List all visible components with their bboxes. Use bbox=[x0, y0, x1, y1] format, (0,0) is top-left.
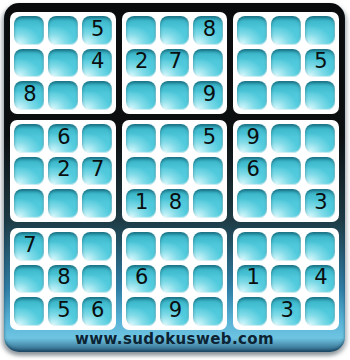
cell-r9c2[interactable]: 5 bbox=[48, 297, 78, 326]
cell-r5c3[interactable]: 7 bbox=[82, 157, 112, 186]
box-6: 963 bbox=[233, 120, 339, 222]
page-background: 54882795627518963785669143 www.sudokuswe… bbox=[0, 0, 350, 360]
cell-r6c2[interactable] bbox=[48, 189, 78, 218]
cell-r2c6[interactable] bbox=[193, 49, 223, 78]
site-link[interactable]: www.sudokusweb.com bbox=[75, 330, 274, 348]
given-digit: 6 bbox=[247, 159, 260, 180]
cell-r3c9[interactable] bbox=[305, 81, 335, 110]
given-digit: 6 bbox=[91, 300, 104, 321]
given-digit: 2 bbox=[135, 51, 148, 72]
cell-r9c6[interactable] bbox=[193, 297, 223, 326]
cell-r8c2[interactable]: 8 bbox=[48, 265, 78, 294]
cell-r3c6[interactable]: 9 bbox=[193, 81, 223, 110]
cell-r1c2[interactable] bbox=[48, 16, 78, 45]
cell-r2c5[interactable]: 7 bbox=[160, 49, 190, 78]
given-digit: 7 bbox=[91, 159, 104, 180]
cell-r1c4[interactable] bbox=[126, 16, 156, 45]
cell-r1c8[interactable] bbox=[271, 16, 301, 45]
cell-r7c9[interactable] bbox=[305, 232, 335, 261]
cell-r5c6[interactable] bbox=[193, 157, 223, 186]
cell-r8c6[interactable] bbox=[193, 265, 223, 294]
cell-r8c5[interactable] bbox=[160, 265, 190, 294]
cell-r6c3[interactable] bbox=[82, 189, 112, 218]
cell-r4c1[interactable] bbox=[14, 124, 44, 153]
cell-r1c6[interactable]: 8 bbox=[193, 16, 223, 45]
cell-r6c7[interactable] bbox=[237, 189, 267, 218]
cell-r1c5[interactable] bbox=[160, 16, 190, 45]
cell-r5c7[interactable]: 6 bbox=[237, 157, 267, 186]
given-digit: 6 bbox=[57, 127, 70, 148]
cell-r9c3[interactable]: 6 bbox=[82, 297, 112, 326]
cell-r6c5[interactable]: 8 bbox=[160, 189, 190, 218]
given-digit: 8 bbox=[57, 267, 70, 288]
board-frame: 54882795627518963785669143 www.sudokuswe… bbox=[4, 3, 345, 352]
box-5: 518 bbox=[122, 120, 228, 222]
cell-r7c1[interactable]: 7 bbox=[14, 232, 44, 261]
given-digit: 8 bbox=[169, 192, 182, 213]
given-digit: 5 bbox=[203, 127, 216, 148]
cell-r4c6[interactable]: 5 bbox=[193, 124, 223, 153]
given-digit: 3 bbox=[280, 300, 293, 321]
cell-r3c3[interactable] bbox=[82, 81, 112, 110]
cell-r6c9[interactable]: 3 bbox=[305, 189, 335, 218]
cell-r7c3[interactable] bbox=[82, 232, 112, 261]
cell-r4c9[interactable] bbox=[305, 124, 335, 153]
given-digit: 5 bbox=[91, 19, 104, 40]
given-digit: 9 bbox=[247, 127, 260, 148]
cell-r1c3[interactable]: 5 bbox=[82, 16, 112, 45]
cell-r6c4[interactable]: 1 bbox=[126, 189, 156, 218]
given-digit: 5 bbox=[314, 51, 327, 72]
given-digit: 9 bbox=[203, 84, 216, 105]
cell-r2c4[interactable]: 2 bbox=[126, 49, 156, 78]
cell-r5c1[interactable] bbox=[14, 157, 44, 186]
cell-r8c9[interactable]: 4 bbox=[305, 265, 335, 294]
cell-r4c4[interactable] bbox=[126, 124, 156, 153]
cell-r2c3[interactable]: 4 bbox=[82, 49, 112, 78]
given-digit: 1 bbox=[135, 192, 148, 213]
cell-r8c7[interactable]: 1 bbox=[237, 265, 267, 294]
cell-r5c9[interactable] bbox=[305, 157, 335, 186]
given-digit: 3 bbox=[314, 192, 327, 213]
cell-r3c4[interactable] bbox=[126, 81, 156, 110]
box-7: 7856 bbox=[10, 228, 116, 330]
cell-r2c9[interactable]: 5 bbox=[305, 49, 335, 78]
cell-r4c5[interactable] bbox=[160, 124, 190, 153]
cell-r8c1[interactable] bbox=[14, 265, 44, 294]
cell-r8c3[interactable] bbox=[82, 265, 112, 294]
cell-r8c8[interactable] bbox=[271, 265, 301, 294]
cell-r7c8[interactable] bbox=[271, 232, 301, 261]
given-digit: 9 bbox=[169, 300, 182, 321]
box-3: 5 bbox=[233, 12, 339, 114]
cell-r6c1[interactable] bbox=[14, 189, 44, 218]
cell-r3c8[interactable] bbox=[271, 81, 301, 110]
cell-r5c4[interactable] bbox=[126, 157, 156, 186]
cell-r9c7[interactable] bbox=[237, 297, 267, 326]
box-4: 627 bbox=[10, 120, 116, 222]
cell-r1c1[interactable] bbox=[14, 16, 44, 45]
box-2: 8279 bbox=[122, 12, 228, 114]
cell-r9c9[interactable] bbox=[305, 297, 335, 326]
cell-r1c7[interactable] bbox=[237, 16, 267, 45]
given-digit: 2 bbox=[57, 159, 70, 180]
given-digit: 1 bbox=[247, 267, 260, 288]
cell-r2c7[interactable] bbox=[237, 49, 267, 78]
cell-r5c5[interactable] bbox=[160, 157, 190, 186]
sudoku-board: 54882795627518963785669143 bbox=[4, 3, 345, 330]
cell-r8c4[interactable]: 6 bbox=[126, 265, 156, 294]
cell-r4c2[interactable]: 6 bbox=[48, 124, 78, 153]
given-digit: 8 bbox=[23, 84, 36, 105]
box-8: 69 bbox=[122, 228, 228, 330]
given-digit: 5 bbox=[57, 300, 70, 321]
cell-r4c8[interactable] bbox=[271, 124, 301, 153]
cell-r2c8[interactable] bbox=[271, 49, 301, 78]
cell-r3c7[interactable] bbox=[237, 81, 267, 110]
given-digit: 6 bbox=[135, 267, 148, 288]
cell-r4c7[interactable]: 9 bbox=[237, 124, 267, 153]
cell-r3c2[interactable] bbox=[48, 81, 78, 110]
box-9: 143 bbox=[233, 228, 339, 330]
cell-r1c9[interactable] bbox=[305, 16, 335, 45]
box-1: 548 bbox=[10, 12, 116, 114]
cell-r2c2[interactable] bbox=[48, 49, 78, 78]
given-digit: 4 bbox=[91, 51, 104, 72]
cell-r6c6[interactable] bbox=[193, 189, 223, 218]
cell-r5c2[interactable]: 2 bbox=[48, 157, 78, 186]
given-digit: 7 bbox=[169, 51, 182, 72]
cell-r3c5[interactable] bbox=[160, 81, 190, 110]
cell-r7c4[interactable] bbox=[126, 232, 156, 261]
cell-r9c5[interactable]: 9 bbox=[160, 297, 190, 326]
cell-r9c8[interactable]: 3 bbox=[271, 297, 301, 326]
given-digit: 7 bbox=[23, 235, 36, 256]
cell-r7c6[interactable] bbox=[193, 232, 223, 261]
footer-bar: www.sudokusweb.com bbox=[4, 330, 345, 352]
cell-r6c8[interactable] bbox=[271, 189, 301, 218]
cell-r7c5[interactable] bbox=[160, 232, 190, 261]
cell-r4c3[interactable] bbox=[82, 124, 112, 153]
cell-r7c2[interactable] bbox=[48, 232, 78, 261]
cell-r7c7[interactable] bbox=[237, 232, 267, 261]
cell-r9c4[interactable] bbox=[126, 297, 156, 326]
cell-r3c1[interactable]: 8 bbox=[14, 81, 44, 110]
cell-r5c8[interactable] bbox=[271, 157, 301, 186]
cell-r9c1[interactable] bbox=[14, 297, 44, 326]
cell-r2c1[interactable] bbox=[14, 49, 44, 78]
given-digit: 8 bbox=[203, 19, 216, 40]
given-digit: 4 bbox=[314, 267, 327, 288]
